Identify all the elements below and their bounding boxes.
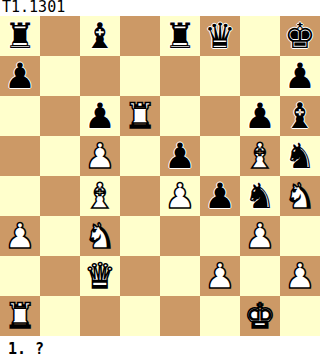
piece-black-king: ♚ xyxy=(284,16,315,56)
square-e3[interactable] xyxy=(160,216,200,256)
piece-white-bishop: ♝ xyxy=(84,176,115,216)
square-b1[interactable] xyxy=(40,296,80,336)
piece-black-pawn: ♟ xyxy=(284,56,315,96)
piece-white-pawn: ♟ xyxy=(244,216,275,256)
chess-board: ♜♝♜♛♚♟♟♟♜♟♝♟♟♝♞♝♟♟♞♞♟♞♟♛♟♟♜♚ xyxy=(0,16,320,336)
puzzle-id: T1.1301 xyxy=(0,0,320,16)
piece-white-rook: ♜ xyxy=(4,296,35,336)
square-d2[interactable] xyxy=(120,256,160,296)
square-g5[interactable]: ♝ xyxy=(240,136,280,176)
piece-black-knight: ♞ xyxy=(284,136,315,176)
square-g6[interactable]: ♟ xyxy=(240,96,280,136)
square-g3[interactable]: ♟ xyxy=(240,216,280,256)
square-d1[interactable] xyxy=(120,296,160,336)
piece-white-pawn: ♟ xyxy=(84,136,115,176)
square-e7[interactable] xyxy=(160,56,200,96)
piece-black-pawn: ♟ xyxy=(204,176,235,216)
piece-white-bishop: ♝ xyxy=(244,136,275,176)
square-g4[interactable]: ♞ xyxy=(240,176,280,216)
square-e4[interactable]: ♟ xyxy=(160,176,200,216)
square-f3[interactable] xyxy=(200,216,240,256)
square-h4[interactable]: ♞ xyxy=(280,176,320,216)
square-c1[interactable] xyxy=(80,296,120,336)
square-e2[interactable] xyxy=(160,256,200,296)
piece-white-knight: ♞ xyxy=(284,176,315,216)
chess-puzzle-page: T1.1301 ♜♝♜♛♚♟♟♟♜♟♝♟♟♝♞♝♟♟♞♞♟♞♟♛♟♟♜♚ 1. … xyxy=(0,0,320,360)
square-h1[interactable] xyxy=(280,296,320,336)
square-d4[interactable] xyxy=(120,176,160,216)
square-a4[interactable] xyxy=(0,176,40,216)
square-g2[interactable] xyxy=(240,256,280,296)
piece-black-rook: ♜ xyxy=(4,16,35,56)
square-b7[interactable] xyxy=(40,56,80,96)
square-d5[interactable] xyxy=(120,136,160,176)
square-e8[interactable]: ♜ xyxy=(160,16,200,56)
square-b8[interactable] xyxy=(40,16,80,56)
square-f7[interactable] xyxy=(200,56,240,96)
piece-white-pawn: ♟ xyxy=(4,216,35,256)
piece-black-bishop: ♝ xyxy=(284,96,315,136)
square-e1[interactable] xyxy=(160,296,200,336)
square-f8[interactable]: ♛ xyxy=(200,16,240,56)
square-f6[interactable] xyxy=(200,96,240,136)
square-d8[interactable] xyxy=(120,16,160,56)
square-f2[interactable]: ♟ xyxy=(200,256,240,296)
square-c6[interactable]: ♟ xyxy=(80,96,120,136)
square-a7[interactable]: ♟ xyxy=(0,56,40,96)
square-f5[interactable] xyxy=(200,136,240,176)
piece-white-pawn: ♟ xyxy=(164,176,195,216)
square-b6[interactable] xyxy=(40,96,80,136)
square-c8[interactable]: ♝ xyxy=(80,16,120,56)
square-a1[interactable]: ♜ xyxy=(0,296,40,336)
piece-black-knight: ♞ xyxy=(244,176,275,216)
square-c3[interactable]: ♞ xyxy=(80,216,120,256)
square-e6[interactable] xyxy=(160,96,200,136)
square-a5[interactable] xyxy=(0,136,40,176)
square-a3[interactable]: ♟ xyxy=(0,216,40,256)
piece-black-rook: ♜ xyxy=(164,16,195,56)
square-c4[interactable]: ♝ xyxy=(80,176,120,216)
square-d3[interactable] xyxy=(120,216,160,256)
square-h7[interactable]: ♟ xyxy=(280,56,320,96)
square-a2[interactable] xyxy=(0,256,40,296)
piece-black-bishop: ♝ xyxy=(84,16,115,56)
piece-white-pawn: ♟ xyxy=(204,256,235,296)
square-h6[interactable]: ♝ xyxy=(280,96,320,136)
square-g7[interactable] xyxy=(240,56,280,96)
piece-black-queen: ♛ xyxy=(204,16,235,56)
square-d7[interactable] xyxy=(120,56,160,96)
square-d6[interactable]: ♜ xyxy=(120,96,160,136)
piece-black-pawn: ♟ xyxy=(84,96,115,136)
piece-white-rook: ♜ xyxy=(124,96,155,136)
piece-black-pawn: ♟ xyxy=(164,136,195,176)
square-h3[interactable] xyxy=(280,216,320,256)
square-c5[interactable]: ♟ xyxy=(80,136,120,176)
square-f4[interactable]: ♟ xyxy=(200,176,240,216)
move-prompt: 1. ? xyxy=(0,336,320,360)
square-h2[interactable]: ♟ xyxy=(280,256,320,296)
square-h8[interactable]: ♚ xyxy=(280,16,320,56)
square-b2[interactable] xyxy=(40,256,80,296)
square-a8[interactable]: ♜ xyxy=(0,16,40,56)
square-b4[interactable] xyxy=(40,176,80,216)
square-e5[interactable]: ♟ xyxy=(160,136,200,176)
piece-white-queen: ♛ xyxy=(84,256,115,296)
piece-white-king: ♚ xyxy=(244,296,275,336)
piece-black-pawn: ♟ xyxy=(4,56,35,96)
square-a6[interactable] xyxy=(0,96,40,136)
square-c2[interactable]: ♛ xyxy=(80,256,120,296)
square-b5[interactable] xyxy=(40,136,80,176)
piece-white-pawn: ♟ xyxy=(284,256,315,296)
square-f1[interactable] xyxy=(200,296,240,336)
piece-white-knight: ♞ xyxy=(84,216,115,256)
square-h5[interactable]: ♞ xyxy=(280,136,320,176)
square-c7[interactable] xyxy=(80,56,120,96)
square-g8[interactable] xyxy=(240,16,280,56)
piece-black-pawn: ♟ xyxy=(244,96,275,136)
square-g1[interactable]: ♚ xyxy=(240,296,280,336)
square-b3[interactable] xyxy=(40,216,80,256)
